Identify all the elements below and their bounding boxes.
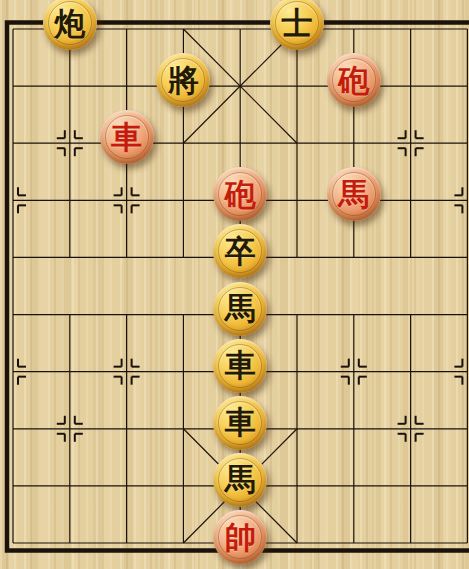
- xiangqi-board: 炮士將砲車砲馬卒馬車車馬帥: [0, 0, 469, 569]
- piece-glyph: 馬: [225, 464, 256, 495]
- piece-black-soldier[interactable]: 卒: [213, 224, 267, 278]
- piece-red-chariot[interactable]: 車: [100, 110, 154, 164]
- piece-glyph: 車: [111, 122, 142, 153]
- piece-glyph: 卒: [225, 236, 256, 267]
- piece-glyph: 馬: [338, 179, 369, 210]
- piece-black-general[interactable]: 將: [156, 53, 210, 107]
- piece-black-horse[interactable]: 馬: [213, 453, 267, 507]
- piece-black-chariot[interactable]: 車: [213, 339, 267, 393]
- piece-red-general[interactable]: 帥: [213, 510, 267, 564]
- piece-glyph: 將: [168, 65, 199, 96]
- piece-black-horse[interactable]: 馬: [213, 282, 267, 336]
- piece-glyph: 馬: [225, 293, 256, 324]
- piece-glyph: 砲: [225, 179, 256, 210]
- piece-red-cannon[interactable]: 砲: [327, 53, 381, 107]
- piece-red-cannon[interactable]: 砲: [213, 167, 267, 221]
- piece-glyph: 炮: [54, 8, 85, 39]
- piece-red-horse[interactable]: 馬: [327, 167, 381, 221]
- piece-glyph: 帥: [225, 522, 256, 553]
- piece-glyph: 車: [225, 407, 256, 438]
- piece-black-chariot[interactable]: 車: [213, 396, 267, 450]
- piece-glyph: 車: [225, 350, 256, 381]
- piece-glyph: 砲: [338, 65, 369, 96]
- piece-glyph: 士: [282, 8, 313, 39]
